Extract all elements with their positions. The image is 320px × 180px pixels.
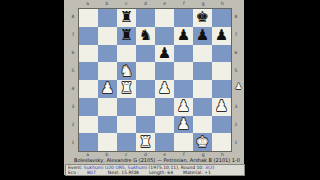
rank-label-5: 5	[70, 62, 76, 80]
square-g3	[193, 98, 212, 116]
file-label-c: c	[117, 1, 136, 7]
video-frame: abcdefgh abcdefgh 87654321 87654321 ♜♚♜♞…	[0, 0, 320, 180]
square-b1	[98, 133, 117, 151]
white-rook-c4: ♜	[120, 81, 133, 96]
square-c4: ♜	[117, 80, 136, 98]
square-d8	[136, 9, 155, 27]
black-pawn-g7: ♟	[196, 28, 209, 43]
square-e5	[155, 62, 174, 80]
square-f8	[174, 9, 193, 27]
square-d6	[136, 45, 155, 63]
square-h7: ♟	[212, 27, 231, 45]
square-g2	[193, 116, 212, 134]
square-f2: ♟	[174, 116, 193, 134]
caption-text-part: Material: +1	[183, 170, 211, 175]
square-a5	[79, 62, 98, 80]
square-g1: ♚	[193, 133, 212, 151]
file-label-d: d	[136, 1, 155, 7]
square-b5	[98, 62, 117, 80]
square-d7: ♞	[136, 27, 155, 45]
rank-label-1: 1	[70, 134, 76, 152]
rank-label-3: 3	[233, 98, 239, 116]
rank-label-5: 5	[233, 62, 239, 80]
square-b3	[98, 98, 117, 116]
rank-label-4: 4	[70, 80, 76, 98]
square-c5: ♞	[117, 62, 136, 80]
white-king-g1: ♚	[196, 135, 209, 150]
square-b8	[98, 9, 117, 27]
black-pawn-e6: ♟	[158, 46, 171, 61]
square-a3	[79, 98, 98, 116]
rank-label-3: 3	[70, 98, 76, 116]
black-king-g8: ♚	[196, 10, 209, 25]
file-label-a: a	[78, 1, 97, 7]
square-g7: ♟	[193, 27, 212, 45]
square-b7	[98, 27, 117, 45]
file-label-h: h	[213, 1, 232, 7]
rank-label-6: 6	[70, 44, 76, 62]
white-pawn-f2: ♟	[177, 117, 190, 132]
diagram-panel: abcdefgh abcdefgh 87654321 87654321 ♜♚♜♞…	[64, 0, 244, 175]
caption-text-part: Eco :	[68, 170, 79, 175]
black-pawn-h7: ♟	[215, 28, 228, 43]
square-a1	[79, 133, 98, 151]
rank-label-8: 8	[233, 8, 239, 26]
caption-text-part: Next: 15.Rfd8	[108, 170, 139, 175]
square-g5	[193, 62, 212, 80]
rank-label-2: 2	[70, 116, 76, 134]
white-pawn-h3: ♟	[215, 99, 228, 114]
white-pawn-f3: ♟	[177, 99, 190, 114]
square-c2	[117, 116, 136, 134]
square-f6	[174, 45, 193, 63]
square-d3	[136, 98, 155, 116]
square-a8	[79, 9, 98, 27]
square-e3	[155, 98, 174, 116]
black-rook-c8: ♜	[120, 10, 133, 25]
square-h8	[212, 9, 231, 27]
chess-board: ♜♚♜♞♟♟♟♟♞♟♜♟♟♟♟♜♚	[78, 8, 232, 152]
white-rook-d1: ♜	[139, 135, 152, 150]
square-e7	[155, 27, 174, 45]
square-b4: ♟	[98, 80, 117, 98]
square-a4	[79, 80, 98, 98]
square-e1	[155, 133, 174, 151]
square-f5	[174, 62, 193, 80]
square-g6	[193, 45, 212, 63]
square-c3	[117, 98, 136, 116]
square-d2	[136, 116, 155, 134]
square-b6	[98, 45, 117, 63]
square-a7	[79, 27, 98, 45]
rank-label-7: 7	[70, 26, 76, 44]
square-d5	[136, 62, 155, 80]
caption-text-part: B07	[87, 170, 96, 175]
square-a6	[79, 45, 98, 63]
square-c8: ♜	[117, 9, 136, 27]
square-h1	[212, 133, 231, 151]
file-labels-top: abcdefgh	[78, 1, 232, 7]
rank-label-2: 2	[233, 116, 239, 134]
square-h3: ♟	[212, 98, 231, 116]
file-label-f: f	[174, 1, 193, 7]
square-d1: ♜	[136, 133, 155, 151]
rank-label-6: 6	[233, 44, 239, 62]
square-h4	[212, 80, 231, 98]
square-e8	[155, 9, 174, 27]
file-label-b: b	[97, 1, 116, 7]
square-h6	[212, 45, 231, 63]
white-knight-c5: ♞	[120, 64, 133, 79]
white-pawn-e4: ♟	[158, 81, 171, 96]
caption-text-part: Length: 64	[149, 170, 173, 175]
square-d4	[136, 80, 155, 98]
file-label-g: g	[194, 1, 213, 7]
square-h5	[212, 62, 231, 80]
white-pawn-b4: ♟	[101, 81, 114, 96]
rank-label-1: 1	[233, 134, 239, 152]
rank-label-8: 8	[70, 8, 76, 26]
square-g8: ♚	[193, 9, 212, 27]
square-f4	[174, 80, 193, 98]
square-e6: ♟	[155, 45, 174, 63]
square-g4	[193, 80, 212, 98]
players-line: Boleslavsky, Alexandre G (2105) — Petros…	[74, 157, 240, 164]
square-f1	[174, 133, 193, 151]
square-f3: ♟	[174, 98, 193, 116]
square-c7: ♜	[117, 27, 136, 45]
black-knight-d7: ♞	[139, 28, 152, 43]
black-rook-c7: ♜	[120, 28, 133, 43]
square-c6	[117, 45, 136, 63]
square-e4: ♟	[155, 80, 174, 98]
square-c1	[117, 133, 136, 151]
square-b2	[98, 116, 117, 134]
square-a2	[79, 116, 98, 134]
stats-line: Eco :B07Next: 15.Rfd8Length: 64Material:…	[68, 170, 244, 175]
white-pawn-material-icon: ♟	[235, 82, 242, 91]
file-label-e: e	[155, 1, 174, 7]
square-h2	[212, 116, 231, 134]
game-info-box: Event: Sukhumi U20 URS, Sukhumi (1975.10…	[65, 164, 245, 176]
square-f7: ♟	[174, 27, 193, 45]
black-pawn-f7: ♟	[177, 28, 190, 43]
rank-label-7: 7	[233, 26, 239, 44]
rank-labels-left: 87654321	[70, 8, 76, 152]
rank-labels-right: 87654321	[233, 8, 239, 152]
square-e2	[155, 116, 174, 134]
